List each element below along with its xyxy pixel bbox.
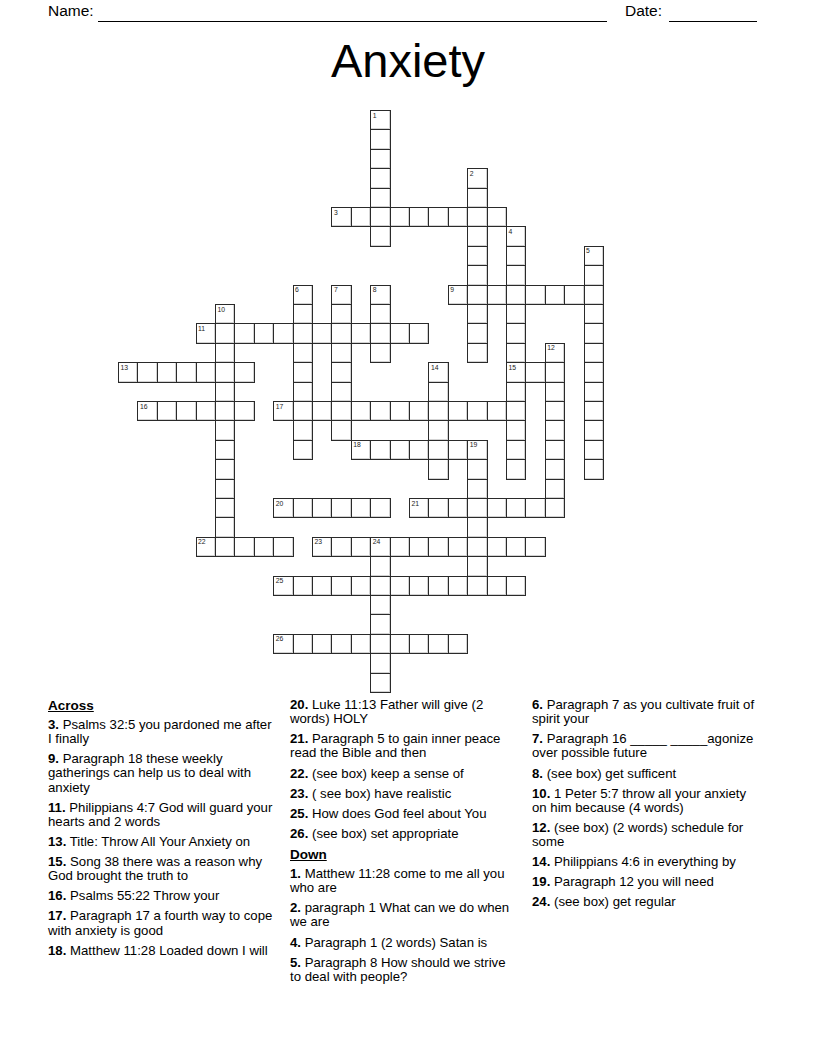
grid-cell[interactable] (545, 401, 565, 421)
grid-cell[interactable] (584, 420, 604, 440)
grid-cell[interactable] (487, 285, 507, 305)
grid-cell[interactable]: 12 (545, 343, 565, 363)
across-clue-9: 9. Paragraph 18 these weekly gatherings … (48, 752, 274, 794)
grid-cell[interactable] (390, 323, 410, 343)
grid-cell[interactable] (428, 420, 448, 440)
grid-cell[interactable] (331, 323, 351, 343)
grid-cell[interactable] (428, 382, 448, 402)
across-clue-3: 3. Psalms 32:5 you pardoned me after I f… (48, 718, 274, 746)
grid-cell[interactable] (370, 129, 390, 149)
grid-cell[interactable] (487, 576, 507, 596)
clue-number: 15 (509, 364, 517, 371)
grid-cell[interactable] (215, 323, 235, 343)
grid-cell[interactable] (215, 362, 235, 382)
grid-cell[interactable]: 19 (467, 440, 487, 460)
grid-cell[interactable] (351, 576, 371, 596)
grid-cell[interactable] (506, 343, 526, 363)
down-clue-7: 7. Paragraph 16 _____ _____agonize over … (532, 732, 758, 760)
clue-number: 23 (315, 538, 323, 545)
grid-cell[interactable] (448, 537, 468, 557)
grid-cell[interactable] (409, 207, 429, 227)
date-blank-line (669, 21, 757, 22)
grid-cell[interactable] (545, 285, 565, 305)
clue-number: 14 (431, 364, 439, 371)
grid-cell[interactable] (157, 401, 177, 421)
grid-cell[interactable]: 16 (137, 401, 157, 421)
grid-cell[interactable]: 10 (215, 304, 235, 324)
clue-number: 10 (218, 306, 226, 313)
grid-cell[interactable]: 26 (273, 634, 293, 654)
grid-cell[interactable] (506, 576, 526, 596)
clue-number: 25 (276, 577, 284, 584)
across-clue-16: 16. Psalms 55:22 Throw your (48, 889, 274, 903)
clue-number: 19 (470, 441, 478, 448)
clues-heading-down: Down (290, 847, 516, 862)
grid-cell[interactable] (584, 304, 604, 324)
grid-cell[interactable] (506, 285, 526, 305)
clue-number: 9 (450, 286, 454, 293)
grid-cell[interactable]: 14 (428, 362, 448, 382)
grid-cell[interactable]: 6 (293, 285, 313, 305)
grid-cell[interactable] (370, 304, 390, 324)
grid-cell[interactable] (390, 401, 410, 421)
grid-cell[interactable] (467, 517, 487, 537)
grid-cell[interactable] (428, 576, 448, 596)
grid-cell[interactable] (428, 634, 448, 654)
grid-cell[interactable] (351, 498, 371, 518)
grid-cell[interactable] (351, 323, 371, 343)
date-label: Date: (625, 2, 662, 20)
grid-cell[interactable] (331, 537, 351, 557)
clue-number: 22 (198, 538, 206, 545)
grid-cell[interactable]: 8 (370, 285, 390, 305)
grid-cell[interactable] (467, 304, 487, 324)
clue-number: 3 (334, 209, 338, 216)
grid-cell[interactable] (390, 634, 410, 654)
grid-cell[interactable] (234, 401, 254, 421)
grid-cell[interactable] (370, 343, 390, 363)
grid-cell[interactable] (370, 149, 390, 169)
grid-cell[interactable] (448, 576, 468, 596)
grid-cell[interactable] (312, 634, 332, 654)
worksheet-page: Name: Date: Anxiety 12345678910111213141… (0, 0, 816, 1056)
grid-cell[interactable]: 17 (273, 401, 293, 421)
grid-cell[interactable] (428, 459, 448, 479)
grid-cell[interactable] (506, 498, 526, 518)
grid-cell[interactable] (409, 576, 429, 596)
grid-cell[interactable] (409, 401, 429, 421)
grid-cell[interactable] (525, 285, 545, 305)
grid-cell[interactable] (545, 382, 565, 402)
grid-cell[interactable] (584, 362, 604, 382)
grid-cell[interactable] (584, 265, 604, 285)
clues-heading-across: Across (48, 698, 274, 713)
grid-cell[interactable] (467, 323, 487, 343)
grid-cell[interactable] (584, 382, 604, 402)
grid-cell[interactable] (545, 498, 565, 518)
grid-cell[interactable] (215, 459, 235, 479)
grid-cell[interactable] (370, 576, 390, 596)
clue-number: 2 (470, 170, 474, 177)
grid-cell[interactable] (370, 440, 390, 460)
grid-cell[interactable] (506, 323, 526, 343)
grid-cell[interactable] (467, 343, 487, 363)
grid-cell[interactable] (467, 246, 487, 266)
grid-cell[interactable] (390, 440, 410, 460)
across-clue-23: 23. ( see box) have realistic (290, 787, 516, 801)
grid-cell[interactable] (293, 382, 313, 402)
down-clue-24: 24. (see box) get regular (532, 895, 758, 909)
clue-number: 26 (276, 635, 284, 642)
grid-cell[interactable] (409, 634, 429, 654)
grid-cell[interactable] (331, 304, 351, 324)
clues-column-left: Across3. Psalms 32:5 you pardoned me aft… (48, 698, 274, 964)
grid-cell[interactable] (467, 498, 487, 518)
grid-cell[interactable] (409, 537, 429, 557)
grid-cell[interactable] (409, 323, 429, 343)
down-clue-1: 1. Matthew 11:28 come to me all you who … (290, 867, 516, 895)
page-title: Anxiety (0, 33, 816, 88)
grid-cell[interactable] (293, 362, 313, 382)
grid-cell[interactable] (487, 401, 507, 421)
grid-cell[interactable] (584, 343, 604, 363)
grid-cell[interactable]: 15 (506, 362, 526, 382)
grid-cell[interactable] (467, 207, 487, 227)
grid-cell[interactable] (506, 401, 526, 421)
grid-cell[interactable] (234, 537, 254, 557)
clue-number: 18 (353, 441, 361, 448)
grid-cell[interactable] (331, 401, 351, 421)
grid-cell[interactable] (273, 537, 293, 557)
grid-cell[interactable] (331, 362, 351, 382)
grid-cell[interactable] (467, 188, 487, 208)
grid-cell[interactable] (545, 420, 565, 440)
grid-cell[interactable] (428, 537, 448, 557)
grid-cell[interactable] (351, 207, 371, 227)
down-clue-2: 2. paragraph 1 What can we do when we ar… (290, 901, 516, 929)
grid-cell[interactable] (215, 401, 235, 421)
grid-cell[interactable] (312, 323, 332, 343)
grid-cell[interactable] (390, 576, 410, 596)
grid-cell[interactable]: 7 (331, 285, 351, 305)
grid-cell[interactable]: 25 (273, 576, 293, 596)
clues-column-right: 6. Paragraph 7 as you cultivate fruit of… (532, 698, 758, 916)
grid-cell[interactable] (370, 673, 390, 693)
grid-cell[interactable] (370, 498, 390, 518)
across-clue-21: 21. Paragraph 5 to gain inner peace read… (290, 732, 516, 760)
grid-cell[interactable] (467, 556, 487, 576)
grid-cell[interactable]: 13 (118, 362, 138, 382)
clue-number: 1 (373, 112, 377, 119)
down-clue-10: 10. 1 Peter 5:7 throw all your anxiety o… (532, 787, 758, 815)
grid-cell[interactable]: 20 (273, 498, 293, 518)
clue-number: 13 (121, 364, 129, 371)
grid-cell[interactable] (467, 479, 487, 499)
grid-cell[interactable] (584, 323, 604, 343)
clue-number: 16 (140, 403, 148, 410)
grid-cell[interactable] (467, 537, 487, 557)
grid-cell[interactable]: 4 (506, 226, 526, 246)
grid-cell[interactable]: 2 (467, 168, 487, 188)
grid-cell[interactable] (293, 576, 313, 596)
grid-cell[interactable] (584, 401, 604, 421)
grid-cell[interactable] (545, 459, 565, 479)
grid-cell[interactable] (176, 401, 196, 421)
grid-cell[interactable] (370, 595, 390, 615)
grid-cell[interactable] (215, 382, 235, 402)
grid-cell[interactable] (196, 401, 216, 421)
clue-number: 4 (509, 228, 513, 235)
grid-cell[interactable] (448, 207, 468, 227)
across-clue-22: 22. (see box) keep a sense of (290, 767, 516, 781)
down-clue-8: 8. (see box) get sufficent (532, 767, 758, 781)
grid-cell[interactable] (293, 323, 313, 343)
grid-cell[interactable] (331, 634, 351, 654)
grid-cell[interactable] (312, 401, 332, 421)
grid-cell[interactable] (428, 498, 448, 518)
grid-cell[interactable] (525, 537, 545, 557)
grid-cell[interactable] (215, 420, 235, 440)
grid-cell[interactable] (506, 304, 526, 324)
grid-cell[interactable] (370, 614, 390, 634)
grid-cell[interactable] (370, 401, 390, 421)
grid-cell[interactable] (428, 207, 448, 227)
grid-cell[interactable] (234, 362, 254, 382)
grid-cell[interactable] (467, 226, 487, 246)
grid-cell[interactable] (370, 653, 390, 673)
grid-cell[interactable] (215, 479, 235, 499)
grid-cell[interactable] (293, 401, 313, 421)
down-clue-6: 6. Paragraph 7 as you cultivate fruit of… (532, 698, 758, 726)
across-clue-15: 15. Song 38 there was a reason why God b… (48, 855, 274, 883)
grid-cell[interactable]: 5 (584, 246, 604, 266)
across-clue-17: 17. Paragraph 17 a fourth way to cope wi… (48, 909, 274, 937)
grid-cell[interactable] (331, 498, 351, 518)
grid-cell[interactable] (293, 343, 313, 363)
grid-cell[interactable] (331, 420, 351, 440)
grid-cell[interactable] (293, 420, 313, 440)
grid-cell[interactable] (370, 226, 390, 246)
grid-cell[interactable] (370, 634, 390, 654)
across-clue-20: 20. Luke 11:13 Father will give (2 words… (290, 698, 516, 726)
clue-number: 5 (586, 247, 590, 254)
grid-cell[interactable] (312, 498, 332, 518)
grid-cell[interactable] (409, 440, 429, 460)
grid-cell[interactable] (215, 517, 235, 537)
grid-cell[interactable] (176, 362, 196, 382)
clue-number: 8 (373, 286, 377, 293)
grid-cell[interactable] (506, 537, 526, 557)
grid-cell[interactable] (467, 265, 487, 285)
clue-number: 6 (295, 286, 299, 293)
grid-cell[interactable] (234, 323, 254, 343)
clue-number: 12 (547, 344, 555, 351)
grid-cell[interactable] (545, 362, 565, 382)
across-clue-11: 11. Philippians 4:7 God will guard your … (48, 801, 274, 829)
grid-cell[interactable] (467, 459, 487, 479)
across-clue-18: 18. Matthew 11:28 Loaded down I will (48, 944, 274, 958)
grid-cell[interactable] (584, 459, 604, 479)
grid-cell[interactable] (215, 440, 235, 460)
name-blank-line (98, 21, 607, 22)
grid-cell[interactable]: 9 (448, 285, 468, 305)
down-clue-5: 5. Paragraph 8 How should we strive to d… (290, 956, 516, 984)
grid-cell[interactable] (254, 323, 274, 343)
down-clue-12: 12. (see box) (2 words) schedule for som… (532, 821, 758, 849)
grid-cell[interactable] (370, 168, 390, 188)
grid-cell[interactable] (293, 304, 313, 324)
grid-cell[interactable] (448, 498, 468, 518)
grid-cell[interactable] (370, 556, 390, 576)
clues-column-middle: 20. Luke 11:13 Father will give (2 words… (290, 698, 516, 990)
name-label: Name: (48, 2, 94, 20)
grid-cell[interactable]: 22 (196, 537, 216, 557)
grid-cell[interactable]: 23 (312, 537, 332, 557)
grid-cell[interactable]: 3 (331, 207, 351, 227)
grid-cell[interactable] (137, 362, 157, 382)
grid-cell[interactable] (584, 285, 604, 305)
grid-cell[interactable] (467, 285, 487, 305)
clue-number: 24 (373, 538, 381, 545)
grid-cell[interactable] (293, 634, 313, 654)
grid-cell[interactable] (351, 537, 371, 557)
grid-cell[interactable]: 1 (370, 110, 390, 130)
grid-cell[interactable] (487, 537, 507, 557)
grid-cell[interactable] (390, 537, 410, 557)
grid-cell[interactable] (525, 362, 545, 382)
grid-cell[interactable] (467, 401, 487, 421)
down-clue-14: 14. Philippians 4:6 in everything by (532, 855, 758, 869)
across-clue-13: 13. Title: Throw All Your Anxiety on (48, 835, 274, 849)
grid-cell[interactable] (351, 634, 371, 654)
grid-cell[interactable] (293, 440, 313, 460)
grid-cell[interactable] (293, 498, 313, 518)
grid-cell[interactable] (331, 382, 351, 402)
grid-cell[interactable] (428, 440, 448, 460)
grid-cell[interactable] (506, 246, 526, 266)
grid-cell[interactable] (331, 343, 351, 363)
grid-cell[interactable] (506, 382, 526, 402)
grid-cell[interactable] (215, 498, 235, 518)
grid-cell[interactable] (390, 207, 410, 227)
grid-cell[interactable] (254, 537, 274, 557)
grid-cell[interactable] (196, 362, 216, 382)
grid-cell[interactable] (428, 401, 448, 421)
grid-cell[interactable] (448, 634, 468, 654)
grid-cell[interactable]: 24 (370, 537, 390, 557)
grid-cell[interactable] (157, 362, 177, 382)
grid-cell[interactable] (564, 285, 584, 305)
grid-cell[interactable] (448, 401, 468, 421)
grid-cell[interactable] (273, 323, 293, 343)
clue-number: 17 (276, 403, 284, 410)
grid-cell[interactable] (467, 576, 487, 596)
down-clue-19: 19. Paragraph 12 you will need (532, 875, 758, 889)
grid-cell[interactable] (351, 401, 371, 421)
clue-number: 11 (198, 325, 205, 332)
grid-cell[interactable] (487, 498, 507, 518)
grid-cell[interactable] (370, 207, 390, 227)
clue-number: 21 (412, 500, 420, 507)
grid-cell[interactable] (331, 576, 351, 596)
grid-cell[interactable]: 11 (196, 323, 216, 343)
grid-cell[interactable] (215, 343, 235, 363)
grid-cell[interactable]: 18 (351, 440, 371, 460)
grid-cell[interactable] (525, 498, 545, 518)
grid-cell[interactable] (506, 265, 526, 285)
across-clue-26: 26. (see box) set appropriate (290, 827, 516, 841)
crossword-grid: 1234567891011121314151617181920212223242… (118, 110, 604, 693)
grid-cell[interactable] (506, 420, 526, 440)
clue-number: 20 (276, 500, 284, 507)
down-clue-4: 4. Paragraph 1 (2 words) Satan is (290, 936, 516, 950)
grid-cell[interactable] (506, 459, 526, 479)
grid-cell[interactable] (545, 479, 565, 499)
grid-cell[interactable] (584, 440, 604, 460)
grid-cell[interactable] (487, 207, 507, 227)
clue-number: 7 (334, 286, 338, 293)
grid-cell[interactable] (312, 576, 332, 596)
grid-cell[interactable] (215, 537, 235, 557)
grid-cell[interactable] (370, 323, 390, 343)
across-clue-25: 25. How does God feel about You (290, 807, 516, 821)
grid-cell[interactable] (448, 440, 468, 460)
grid-cell[interactable]: 21 (409, 498, 429, 518)
grid-cell[interactable] (545, 440, 565, 460)
grid-cell[interactable] (506, 440, 526, 460)
grid-cell[interactable] (370, 188, 390, 208)
